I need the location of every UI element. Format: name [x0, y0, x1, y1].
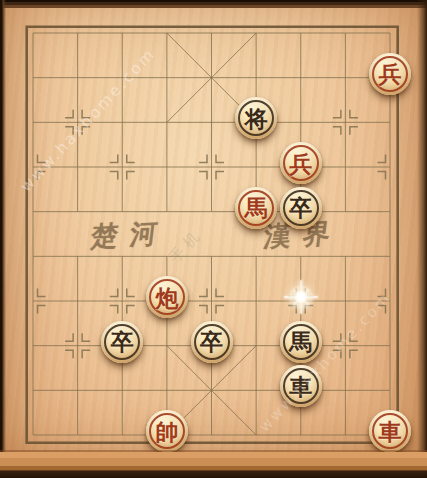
- piece-red-general[interactable]: 帥: [146, 410, 188, 452]
- piece-black-soldier-c[interactable]: 卒: [191, 321, 233, 363]
- piece-ring: [372, 413, 408, 449]
- piece-ring: [194, 324, 230, 360]
- piece-red-soldier-a[interactable]: 兵: [369, 53, 411, 95]
- piece-red-chariot[interactable]: 車: [369, 410, 411, 452]
- piece-glyph: 卒: [101, 321, 143, 363]
- board-top-edge: [0, 0, 427, 8]
- piece-black-horse[interactable]: 馬: [280, 321, 322, 363]
- piece-glyph: 車: [280, 365, 322, 407]
- piece-glyph: 馬: [280, 321, 322, 363]
- piece-ring: [149, 413, 185, 449]
- piece-red-horse[interactable]: 馬: [235, 187, 277, 229]
- piece-glyph: 卒: [191, 321, 233, 363]
- piece-black-soldier-a[interactable]: 卒: [280, 187, 322, 229]
- piece-glyph: 帥: [146, 410, 188, 452]
- piece-ring: [238, 100, 274, 136]
- piece-glyph: 炮: [146, 276, 188, 318]
- piece-glyph: 兵: [280, 142, 322, 184]
- piece-ring: [372, 56, 408, 92]
- piece-black-chariot[interactable]: 車: [280, 365, 322, 407]
- piece-ring: [283, 190, 319, 226]
- piece-ring: [149, 279, 185, 315]
- piece-glyph: 将: [235, 97, 277, 139]
- piece-red-cannon[interactable]: 炮: [146, 276, 188, 318]
- xiangqi-game: 楚河 漢界 兵将兵馬卒炮卒卒馬車帥車 www.haxhome.com www.h…: [0, 0, 427, 478]
- piece-ring: [283, 368, 319, 404]
- board-right-edge: [417, 0, 427, 478]
- piece-glyph: 馬: [235, 187, 277, 229]
- piece-glyph: 車: [369, 410, 411, 452]
- piece-glyph: 卒: [280, 187, 322, 229]
- piece-black-general[interactable]: 将: [235, 97, 277, 139]
- piece-ring: [238, 190, 274, 226]
- piece-glyph: 兵: [369, 53, 411, 95]
- board-bottom-edge: [0, 450, 427, 478]
- pieces-layer: 兵将兵馬卒炮卒卒馬車帥車: [0, 0, 427, 478]
- piece-ring: [283, 145, 319, 181]
- piece-black-soldier-b[interactable]: 卒: [101, 321, 143, 363]
- piece-ring: [283, 324, 319, 360]
- board-left-edge: [0, 0, 6, 478]
- piece-red-soldier-b[interactable]: 兵: [280, 142, 322, 184]
- piece-ring: [104, 324, 140, 360]
